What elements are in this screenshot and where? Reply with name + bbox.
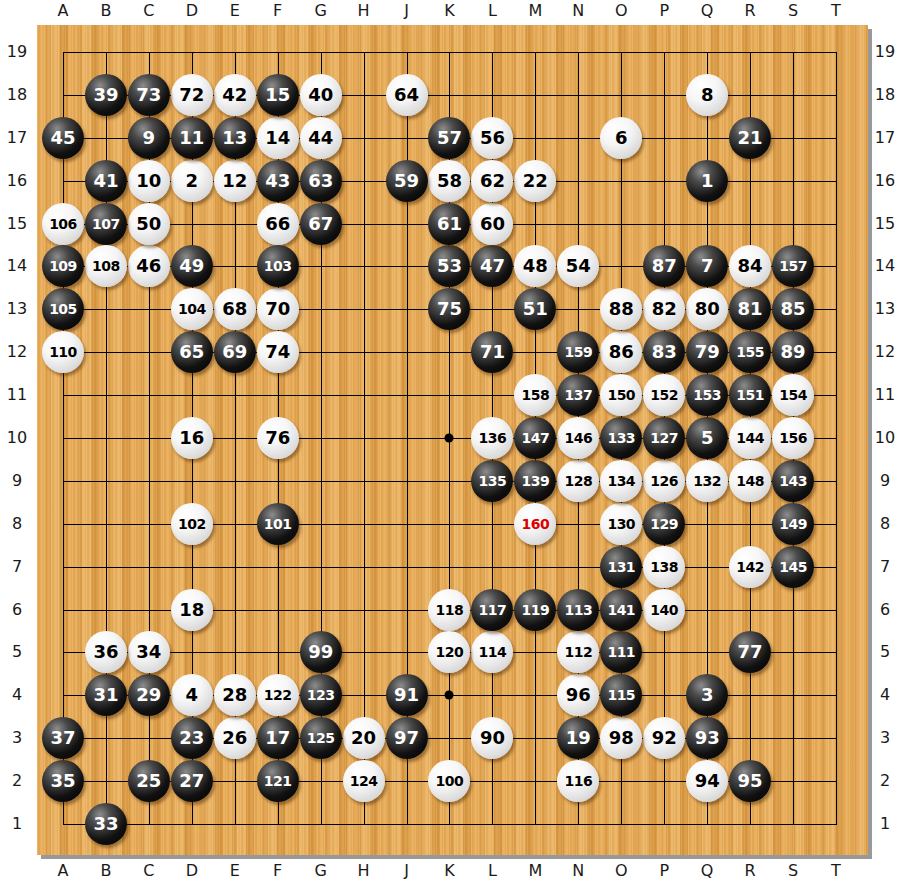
row-label-right-14: 14 <box>875 258 895 274</box>
move-number: 33 <box>93 815 118 833</box>
black-stone-M9: 139 <box>514 460 556 502</box>
black-stone-P12: 83 <box>643 331 685 373</box>
grid-line <box>63 824 837 825</box>
col-label-top-O: O <box>615 3 628 19</box>
black-stone-D14: 49 <box>171 245 213 287</box>
black-stone-C18: 73 <box>128 74 170 116</box>
col-label-bottom-C: C <box>143 863 154 879</box>
move-number: 129 <box>650 517 678 531</box>
move-number: 123 <box>307 688 335 702</box>
move-number: 35 <box>50 772 75 790</box>
move-number: 120 <box>436 645 464 659</box>
white-stone-O8: 130 <box>600 503 642 545</box>
black-stone-O7: 131 <box>600 546 642 588</box>
white-stone-M14: 48 <box>514 245 556 287</box>
row-label-right-8: 8 <box>880 516 890 532</box>
move-number: 85 <box>781 300 806 318</box>
move-number: 125 <box>307 731 335 745</box>
col-label-top-P: P <box>659 3 669 19</box>
col-label-bottom-P: P <box>659 863 669 879</box>
row-label-right-5: 5 <box>880 644 890 660</box>
white-stone-O9: 134 <box>600 460 642 502</box>
black-stone-R11: 151 <box>729 374 771 416</box>
col-label-top-E: E <box>230 3 240 19</box>
move-number: 93 <box>695 729 720 747</box>
move-number: 1 <box>701 172 714 190</box>
white-stone-K16: 58 <box>428 160 470 202</box>
move-number: 9 <box>143 129 156 147</box>
white-stone-L10: 136 <box>471 417 513 459</box>
move-number: 88 <box>609 300 634 318</box>
move-number: 86 <box>609 343 634 361</box>
black-stone-B1: 33 <box>85 803 127 845</box>
black-stone-N11: 137 <box>557 374 599 416</box>
white-stone-N10: 146 <box>557 417 599 459</box>
white-stone-G17: 44 <box>300 117 342 159</box>
black-stone-E17: 13 <box>214 117 256 159</box>
col-label-bottom-B: B <box>100 863 111 879</box>
white-stone-O3: 98 <box>600 717 642 759</box>
move-number: 136 <box>479 431 507 445</box>
white-stone-D4: 4 <box>171 674 213 716</box>
row-label-left-10: 10 <box>7 430 27 446</box>
move-number: 43 <box>265 172 290 190</box>
col-label-bottom-O: O <box>615 863 628 879</box>
move-number: 149 <box>779 517 807 531</box>
black-stone-A17: 45 <box>42 117 84 159</box>
white-stone-D16: 2 <box>171 160 213 202</box>
move-number: 2 <box>186 172 199 190</box>
black-stone-N3: 19 <box>557 717 599 759</box>
col-label-bottom-A: A <box>58 863 69 879</box>
white-stone-D8: 102 <box>171 503 213 545</box>
black-stone-F16: 43 <box>257 160 299 202</box>
move-number: 8 <box>701 86 714 104</box>
move-number: 113 <box>564 603 592 617</box>
move-number: 76 <box>265 429 290 447</box>
move-number: 50 <box>136 215 161 233</box>
move-number: 126 <box>650 474 678 488</box>
row-label-right-3: 3 <box>880 730 890 746</box>
black-stone-R5: 77 <box>729 631 771 673</box>
col-label-top-G: G <box>314 3 326 19</box>
white-stone-F10: 76 <box>257 417 299 459</box>
move-number: 37 <box>50 729 75 747</box>
white-stone-D10: 16 <box>171 417 213 459</box>
col-label-top-Q: Q <box>701 3 714 19</box>
move-number: 134 <box>607 474 635 488</box>
row-label-right-12: 12 <box>875 344 895 360</box>
col-label-bottom-J: J <box>404 863 409 879</box>
white-stone-B5: 36 <box>85 631 127 673</box>
go-kifu-diagram: ABCDEFGHJKLMNOPQRST ABCDEFGHJKLMNOPQRST … <box>0 0 902 888</box>
white-stone-D18: 72 <box>171 74 213 116</box>
row-label-right-15: 15 <box>875 216 895 232</box>
grid-line <box>836 52 837 825</box>
white-stone-N5: 112 <box>557 631 599 673</box>
move-number: 122 <box>264 688 292 702</box>
move-number: 25 <box>136 772 161 790</box>
black-stone-J3: 97 <box>386 717 428 759</box>
col-label-top-L: L <box>488 3 497 19</box>
black-stone-R13: 81 <box>729 288 771 330</box>
move-number: 14 <box>265 129 290 147</box>
move-number: 112 <box>564 645 592 659</box>
star-point-K4 <box>445 691 454 700</box>
row-label-left-13: 13 <box>7 301 27 317</box>
white-stone-N2: 116 <box>557 760 599 802</box>
move-number: 92 <box>652 729 677 747</box>
move-number: 96 <box>566 686 591 704</box>
move-number: 114 <box>479 645 507 659</box>
move-number: 110 <box>49 345 77 359</box>
move-number: 59 <box>394 172 419 190</box>
white-stone-F17: 14 <box>257 117 299 159</box>
white-stone-F15: 66 <box>257 203 299 245</box>
move-number: 102 <box>178 517 206 531</box>
black-stone-B4: 31 <box>85 674 127 716</box>
white-stone-P11: 152 <box>643 374 685 416</box>
white-stone-P3: 92 <box>643 717 685 759</box>
row-label-left-15: 15 <box>7 216 27 232</box>
white-stone-C16: 10 <box>128 160 170 202</box>
move-number: 22 <box>523 172 548 190</box>
row-label-left-6: 6 <box>12 602 22 618</box>
black-stone-K13: 75 <box>428 288 470 330</box>
col-label-bottom-M: M <box>528 863 542 879</box>
move-number: 12 <box>222 172 247 190</box>
move-number: 79 <box>695 343 720 361</box>
white-stone-O13: 88 <box>600 288 642 330</box>
white-stone-S11: 154 <box>772 374 814 416</box>
col-label-bottom-K: K <box>444 863 455 879</box>
move-number: 158 <box>522 388 550 402</box>
black-stone-A3: 37 <box>42 717 84 759</box>
black-stone-C17: 9 <box>128 117 170 159</box>
black-stone-K14: 53 <box>428 245 470 287</box>
white-stone-D13: 104 <box>171 288 213 330</box>
black-stone-F3: 17 <box>257 717 299 759</box>
black-stone-O4: 115 <box>600 674 642 716</box>
black-stone-S8: 149 <box>772 503 814 545</box>
move-number: 97 <box>394 729 419 747</box>
row-label-left-7: 7 <box>12 559 22 575</box>
move-number: 157 <box>779 259 807 273</box>
white-stone-D6: 18 <box>171 589 213 631</box>
move-number: 152 <box>650 388 678 402</box>
white-stone-E13: 68 <box>214 288 256 330</box>
white-stone-F4: 122 <box>257 674 299 716</box>
move-number: 28 <box>222 686 247 704</box>
row-label-right-11: 11 <box>875 387 895 403</box>
black-stone-O5: 111 <box>600 631 642 673</box>
move-number: 159 <box>564 345 592 359</box>
black-stone-Q16: 1 <box>686 160 728 202</box>
move-number: 42 <box>222 86 247 104</box>
white-stone-J18: 64 <box>386 74 428 116</box>
black-stone-S12: 89 <box>772 331 814 373</box>
move-number: 77 <box>738 643 763 661</box>
black-stone-F2: 121 <box>257 760 299 802</box>
col-label-bottom-S: S <box>788 863 798 879</box>
move-number: 83 <box>652 343 677 361</box>
col-label-bottom-R: R <box>745 863 756 879</box>
white-stone-F13: 70 <box>257 288 299 330</box>
black-stone-L6: 117 <box>471 589 513 631</box>
move-number: 139 <box>522 474 550 488</box>
row-label-left-3: 3 <box>12 730 22 746</box>
move-number: 111 <box>607 645 635 659</box>
black-stone-J16: 59 <box>386 160 428 202</box>
black-stone-C2: 25 <box>128 760 170 802</box>
move-number: 153 <box>693 388 721 402</box>
col-label-bottom-H: H <box>358 863 370 879</box>
move-number: 91 <box>394 686 419 704</box>
col-label-top-B: B <box>100 3 111 19</box>
move-number: 4 <box>186 686 199 704</box>
row-label-right-9: 9 <box>880 473 890 489</box>
move-number: 107 <box>92 217 120 231</box>
black-stone-O6: 141 <box>600 589 642 631</box>
row-label-right-4: 4 <box>880 687 890 703</box>
move-number: 144 <box>736 431 764 445</box>
move-number: 40 <box>308 86 333 104</box>
move-number: 99 <box>308 643 333 661</box>
row-label-left-12: 12 <box>7 344 27 360</box>
move-number: 141 <box>607 603 635 617</box>
row-label-left-1: 1 <box>12 816 22 832</box>
black-stone-P14: 87 <box>643 245 685 287</box>
white-stone-A15: 106 <box>42 203 84 245</box>
row-label-left-17: 17 <box>7 130 27 146</box>
move-number: 151 <box>736 388 764 402</box>
move-number: 90 <box>480 729 505 747</box>
white-stone-F12: 74 <box>257 331 299 373</box>
move-number: 46 <box>136 257 161 275</box>
black-stone-S14: 157 <box>772 245 814 287</box>
move-number: 131 <box>607 560 635 574</box>
col-label-top-A: A <box>58 3 69 19</box>
col-label-bottom-T: T <box>831 863 841 879</box>
row-label-left-2: 2 <box>12 773 22 789</box>
black-stone-S9: 143 <box>772 460 814 502</box>
white-stone-C14: 46 <box>128 245 170 287</box>
move-number: 75 <box>437 300 462 318</box>
move-number: 48 <box>523 257 548 275</box>
black-stone-B16: 41 <box>85 160 127 202</box>
move-number: 142 <box>736 560 764 574</box>
white-stone-O17: 6 <box>600 117 642 159</box>
white-stone-R7: 142 <box>729 546 771 588</box>
white-stone-P9: 126 <box>643 460 685 502</box>
black-stone-F18: 15 <box>257 74 299 116</box>
move-number: 15 <box>265 86 290 104</box>
white-stone-Q9: 132 <box>686 460 728 502</box>
white-stone-H3: 20 <box>343 717 385 759</box>
row-label-left-5: 5 <box>12 644 22 660</box>
col-label-bottom-L: L <box>488 863 497 879</box>
white-stone-M16: 22 <box>514 160 556 202</box>
move-number: 16 <box>179 429 204 447</box>
move-number: 31 <box>93 686 118 704</box>
white-stone-L3: 90 <box>471 717 513 759</box>
row-label-left-19: 19 <box>7 44 27 60</box>
move-number: 63 <box>308 172 333 190</box>
move-number: 104 <box>178 302 206 316</box>
white-stone-A12: 110 <box>42 331 84 373</box>
col-label-top-K: K <box>444 3 455 19</box>
row-label-right-1: 1 <box>880 816 890 832</box>
move-number: 81 <box>738 300 763 318</box>
move-number: 121 <box>264 774 292 788</box>
col-label-top-T: T <box>831 3 841 19</box>
black-stone-C4: 29 <box>128 674 170 716</box>
black-stone-L12: 71 <box>471 331 513 373</box>
black-stone-Q12: 79 <box>686 331 728 373</box>
move-number: 51 <box>523 300 548 318</box>
move-number: 160 <box>522 517 550 531</box>
black-stone-Q14: 7 <box>686 245 728 287</box>
move-number: 100 <box>436 774 464 788</box>
black-stone-R12: 155 <box>729 331 771 373</box>
move-number: 54 <box>566 257 591 275</box>
move-number: 53 <box>437 257 462 275</box>
white-stone-L17: 56 <box>471 117 513 159</box>
move-number: 133 <box>607 431 635 445</box>
white-stone-O11: 150 <box>600 374 642 416</box>
white-stone-Q18: 8 <box>686 74 728 116</box>
move-number: 3 <box>701 686 714 704</box>
move-number: 109 <box>49 259 77 273</box>
move-number: 34 <box>136 643 161 661</box>
black-stone-E12: 69 <box>214 331 256 373</box>
move-number: 94 <box>695 772 720 790</box>
row-label-right-10: 10 <box>875 430 895 446</box>
white-stone-L15: 60 <box>471 203 513 245</box>
white-stone-E3: 26 <box>214 717 256 759</box>
move-number: 150 <box>607 388 635 402</box>
white-stone-N9: 128 <box>557 460 599 502</box>
col-label-bottom-N: N <box>572 863 584 879</box>
move-number: 72 <box>179 86 204 104</box>
black-stone-S13: 85 <box>772 288 814 330</box>
move-number: 62 <box>480 172 505 190</box>
white-stone-L5: 114 <box>471 631 513 673</box>
move-number: 108 <box>92 259 120 273</box>
move-number: 73 <box>136 86 161 104</box>
black-stone-Q4: 3 <box>686 674 728 716</box>
black-stone-N12: 159 <box>557 331 599 373</box>
black-stone-G5: 99 <box>300 631 342 673</box>
move-number: 68 <box>222 300 247 318</box>
white-stone-O12: 86 <box>600 331 642 373</box>
row-label-right-7: 7 <box>880 559 890 575</box>
move-number: 47 <box>480 257 505 275</box>
move-number: 130 <box>607 517 635 531</box>
white-stone-C15: 50 <box>128 203 170 245</box>
black-stone-B15: 107 <box>85 203 127 245</box>
star-point-K10 <box>445 434 454 443</box>
row-label-right-13: 13 <box>875 301 895 317</box>
black-stone-L9: 135 <box>471 460 513 502</box>
move-number: 5 <box>701 429 714 447</box>
white-stone-P13: 82 <box>643 288 685 330</box>
move-number: 138 <box>650 560 678 574</box>
move-number: 10 <box>136 172 161 190</box>
black-stone-A2: 35 <box>42 760 84 802</box>
move-number: 45 <box>50 129 75 147</box>
white-stone-K6: 118 <box>428 589 470 631</box>
move-number: 103 <box>264 259 292 273</box>
col-label-bottom-F: F <box>273 863 282 879</box>
move-number: 64 <box>394 86 419 104</box>
white-stone-E18: 42 <box>214 74 256 116</box>
row-label-left-14: 14 <box>7 258 27 274</box>
black-stone-Q10: 5 <box>686 417 728 459</box>
white-stone-M11: 158 <box>514 374 556 416</box>
white-stone-E4: 28 <box>214 674 256 716</box>
move-number: 98 <box>609 729 634 747</box>
move-number: 65 <box>179 343 204 361</box>
col-label-bottom-E: E <box>230 863 240 879</box>
col-label-top-J: J <box>404 3 409 19</box>
black-stone-K15: 61 <box>428 203 470 245</box>
move-number: 82 <box>652 300 677 318</box>
white-stone-R9: 148 <box>729 460 771 502</box>
move-number: 95 <box>738 772 763 790</box>
move-number: 66 <box>265 215 290 233</box>
black-stone-M10: 147 <box>514 417 556 459</box>
move-number: 143 <box>779 474 807 488</box>
move-number: 29 <box>136 686 161 704</box>
white-stone-L16: 62 <box>471 160 513 202</box>
go-board[interactable]: 1234567891011121314151617181920212223252… <box>37 25 868 855</box>
move-number: 89 <box>781 343 806 361</box>
black-stone-S7: 145 <box>772 546 814 588</box>
move-number: 71 <box>480 343 505 361</box>
row-label-right-6: 6 <box>880 602 890 618</box>
move-number: 7 <box>701 257 714 275</box>
move-number: 41 <box>93 172 118 190</box>
move-number: 80 <box>695 300 720 318</box>
col-label-top-D: D <box>186 3 198 19</box>
row-label-right-18: 18 <box>875 87 895 103</box>
white-stone-N14: 54 <box>557 245 599 287</box>
move-number: 39 <box>93 86 118 104</box>
move-number: 128 <box>564 474 592 488</box>
move-number: 20 <box>351 729 376 747</box>
black-stone-F14: 103 <box>257 245 299 287</box>
white-stone-S10: 156 <box>772 417 814 459</box>
row-label-right-16: 16 <box>875 173 895 189</box>
move-number: 147 <box>522 431 550 445</box>
black-stone-G3: 125 <box>300 717 342 759</box>
row-label-right-2: 2 <box>880 773 890 789</box>
white-stone-E16: 12 <box>214 160 256 202</box>
black-stone-N6: 113 <box>557 589 599 631</box>
black-stone-J4: 91 <box>386 674 428 716</box>
black-stone-O10: 133 <box>600 417 642 459</box>
move-number: 67 <box>308 215 333 233</box>
move-number: 115 <box>607 688 635 702</box>
move-number: 11 <box>179 129 204 147</box>
grid-line <box>63 567 837 568</box>
black-stone-K17: 57 <box>428 117 470 159</box>
white-stone-C5: 34 <box>128 631 170 673</box>
black-stone-A14: 109 <box>42 245 84 287</box>
move-number: 87 <box>652 257 677 275</box>
black-stone-M13: 51 <box>514 288 556 330</box>
